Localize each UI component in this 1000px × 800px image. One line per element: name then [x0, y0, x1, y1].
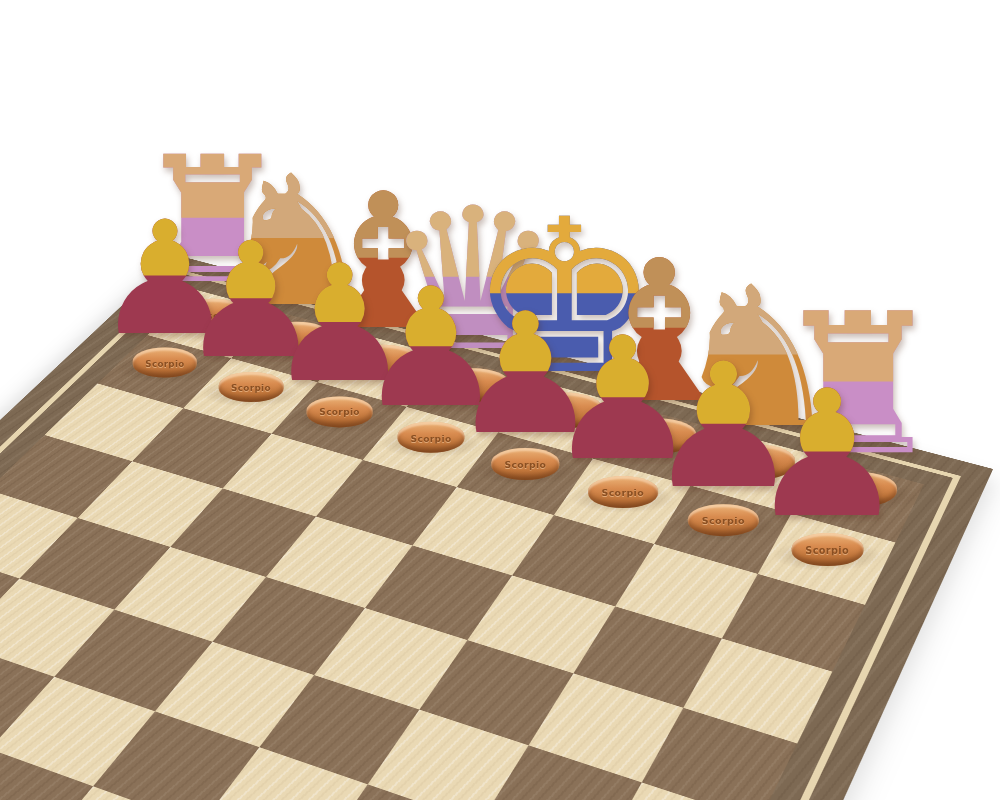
piece-base-label: Scorpio — [791, 544, 863, 555]
piece-pawn-h2[interactable]: ♟♟Scorpio — [749, 374, 906, 566]
pawn-figure-scorpio-icon: ♟♟ — [749, 374, 906, 535]
product-photo-scene: ♜♜Piscis♞♞♝♝♛♛♚♚♝♝♞♞♜♜Piscis♟♟Scorpio♟♟S… — [0, 0, 1000, 800]
piece-base: Scorpio — [791, 533, 863, 566]
pieces-layer: ♜♜Piscis♞♞♝♝♛♛♚♚♝♝♞♞♜♜Piscis♟♟Scorpio♟♟S… — [0, 0, 1000, 800]
